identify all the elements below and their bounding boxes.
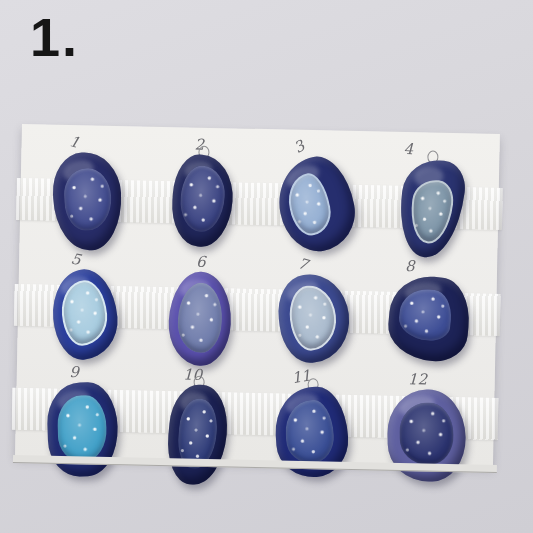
stone-number-label: 3 <box>291 137 308 157</box>
stone-cell-5: 5 <box>27 249 144 364</box>
stone-wrap <box>275 386 349 477</box>
stone-cell-10: 10 <box>139 365 256 486</box>
geode-stone-10 <box>164 382 231 487</box>
geode-stone-6 <box>166 270 233 367</box>
druzy-center <box>176 282 224 354</box>
druzy-center <box>57 395 108 462</box>
geode-stone-5 <box>50 267 121 362</box>
stone-wrap <box>47 382 119 477</box>
stone-wrap <box>278 273 350 362</box>
geode-stone-9 <box>46 381 119 477</box>
stone-wrap <box>279 156 355 252</box>
specimen-card: 123456789101112 <box>15 124 500 466</box>
stone-number-label: 7 <box>296 254 310 274</box>
stone-cell-1: 1 <box>29 132 146 251</box>
stone-wrap <box>171 154 233 247</box>
stone-cell-4: 4 <box>373 139 490 258</box>
geode-stone-4 <box>394 156 468 261</box>
stone-wrap <box>167 384 227 485</box>
stone-number-label: 9 <box>69 363 79 381</box>
stone-cell-6: 6 <box>141 252 258 367</box>
druzy-center <box>284 398 336 464</box>
geode-stone-11 <box>273 385 351 480</box>
stone-cell-9: 9 <box>25 362 142 483</box>
stone-number-label: 6 <box>196 253 206 271</box>
stone-wrap <box>168 271 232 366</box>
druzy-center <box>399 402 453 465</box>
stone-wrap <box>52 269 118 360</box>
stone-cell-8: 8 <box>370 256 487 371</box>
stone-number-label: 8 <box>405 257 415 275</box>
stone-number-label: 12 <box>408 370 427 388</box>
druzy-center <box>176 397 219 470</box>
stone-wrap <box>388 276 470 362</box>
druzy-center <box>397 287 453 342</box>
stone-cell-2: 2 <box>144 135 261 254</box>
stone-cell-7: 7 <box>256 254 373 369</box>
geode-stone-8 <box>385 273 472 364</box>
druzy-center <box>287 282 341 352</box>
druzy-center <box>63 167 114 232</box>
stone-cell-11: 11 <box>253 367 370 488</box>
geode-stone-1 <box>51 151 124 252</box>
page-number-label: 1. <box>30 6 79 68</box>
geode-stone-7 <box>274 270 354 366</box>
druzy-center <box>178 164 226 233</box>
stone-number-label: 5 <box>70 249 83 269</box>
druzy-center <box>284 170 336 239</box>
stone-grid: 123456789101112 <box>15 124 500 466</box>
stone-number-label: 4 <box>403 140 413 158</box>
geode-stone-2 <box>169 153 236 249</box>
stone-wrap <box>386 389 466 483</box>
geode-stone-12 <box>387 389 466 482</box>
stone-cell-3: 3 <box>258 137 375 256</box>
geode-stone-3 <box>271 151 361 257</box>
druzy-center <box>59 278 109 346</box>
stone-wrap <box>399 159 463 258</box>
stone-number-label: 1 <box>68 132 82 152</box>
druzy-center <box>407 177 456 246</box>
stone-wrap <box>53 152 123 251</box>
stone-cell-12: 12 <box>368 369 485 490</box>
